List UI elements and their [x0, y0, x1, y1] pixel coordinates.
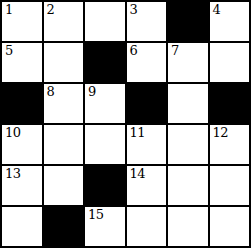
- cell-r3c5[interactable]: 12: [210, 125, 250, 164]
- black-cell-r1c2: [85, 43, 125, 82]
- clue-number-2: 2: [47, 3, 55, 17]
- clue-number-9: 9: [88, 85, 96, 99]
- black-cell-r2c5: [210, 84, 250, 123]
- clue-number-11: 11: [130, 126, 146, 140]
- cell-r0c0[interactable]: 1: [2, 2, 42, 41]
- cell-r4c5[interactable]: [210, 166, 250, 205]
- cell-r5c0[interactable]: [2, 207, 42, 246]
- cell-r2c1[interactable]: 8: [44, 84, 84, 123]
- clue-number-12: 12: [213, 126, 229, 140]
- cell-r5c4[interactable]: [168, 207, 208, 246]
- black-cell-r2c3: [127, 84, 167, 123]
- clue-number-3: 3: [130, 3, 138, 17]
- cell-r1c5[interactable]: [210, 43, 250, 82]
- cell-r5c3[interactable]: [127, 207, 167, 246]
- crossword-grid: 123456789101112131415: [0, 0, 251, 248]
- cell-r3c0[interactable]: 10: [2, 125, 42, 164]
- clue-number-6: 6: [130, 44, 138, 58]
- black-cell-r2c0: [2, 84, 42, 123]
- cell-r0c2[interactable]: [85, 2, 125, 41]
- cell-r1c4[interactable]: 7: [168, 43, 208, 82]
- crossword-puzzle: 123456789101112131415: [0, 0, 251, 248]
- black-cell-r5c1: [44, 207, 84, 246]
- cell-r1c3[interactable]: 6: [127, 43, 167, 82]
- cell-r4c4[interactable]: [168, 166, 208, 205]
- clue-number-5: 5: [5, 44, 13, 58]
- clue-number-15: 15: [88, 208, 104, 222]
- clue-number-1: 1: [5, 3, 13, 17]
- cell-r3c1[interactable]: [44, 125, 84, 164]
- cell-r3c4[interactable]: [168, 125, 208, 164]
- cell-r1c0[interactable]: 5: [2, 43, 42, 82]
- cell-r1c1[interactable]: [44, 43, 84, 82]
- clue-number-13: 13: [5, 167, 21, 181]
- cell-r3c2[interactable]: [85, 125, 125, 164]
- cell-r2c2[interactable]: 9: [85, 84, 125, 123]
- black-cell-r0c4: [168, 2, 208, 41]
- cell-r0c3[interactable]: 3: [127, 2, 167, 41]
- clue-number-4: 4: [213, 3, 221, 17]
- cell-r3c3[interactable]: 11: [127, 125, 167, 164]
- cell-r2c4[interactable]: [168, 84, 208, 123]
- cell-r5c2[interactable]: 15: [85, 207, 125, 246]
- clue-number-8: 8: [47, 85, 55, 99]
- cell-r4c3[interactable]: 14: [127, 166, 167, 205]
- cell-r0c5[interactable]: 4: [210, 2, 250, 41]
- cell-r5c5[interactable]: [210, 207, 250, 246]
- cell-r4c1[interactable]: [44, 166, 84, 205]
- cell-r0c1[interactable]: 2: [44, 2, 84, 41]
- clue-number-7: 7: [171, 44, 179, 58]
- clue-number-10: 10: [5, 126, 21, 140]
- clue-number-14: 14: [130, 167, 146, 181]
- cell-r4c0[interactable]: 13: [2, 166, 42, 205]
- black-cell-r4c2: [85, 166, 125, 205]
